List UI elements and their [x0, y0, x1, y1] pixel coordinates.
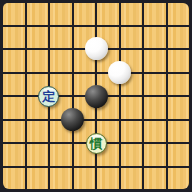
- board-cell: [74, 3, 96, 25]
- board-cell: [168, 168, 190, 190]
- board-cell: [3, 74, 25, 96]
- board-cell: [97, 3, 119, 25]
- choice-marker-ding[interactable]: 定: [38, 86, 59, 107]
- board-cell: [97, 168, 119, 190]
- board-cell: [74, 168, 96, 190]
- board-cell: [144, 74, 166, 96]
- board-cell: [50, 144, 72, 166]
- board-cell: [168, 121, 190, 143]
- go-board[interactable]: 定慣: [0, 0, 192, 192]
- board-cell: [144, 50, 166, 72]
- board-cell: [50, 50, 72, 72]
- board-cell: [27, 168, 49, 190]
- board-cell: [121, 3, 143, 25]
- board-cell: [3, 50, 25, 72]
- black-stone: [85, 85, 108, 108]
- board-cell: [3, 3, 25, 25]
- board-cell: [168, 144, 190, 166]
- board-cell: [168, 50, 190, 72]
- board-cell: [121, 168, 143, 190]
- choice-marker-guan[interactable]: 慣: [86, 133, 107, 154]
- marker-label-text: 慣: [90, 137, 103, 150]
- board-cell: [3, 97, 25, 119]
- board-cell: [121, 97, 143, 119]
- board-cell: [3, 121, 25, 143]
- board-cell: [27, 50, 49, 72]
- board-cell: [121, 27, 143, 49]
- board-cell: [144, 27, 166, 49]
- board-cell: [144, 3, 166, 25]
- board-cell: [50, 3, 72, 25]
- white-stone: [85, 37, 108, 60]
- board-cell: [3, 168, 25, 190]
- board-cell: [27, 3, 49, 25]
- board-cell: [144, 168, 166, 190]
- board-cell: [3, 27, 25, 49]
- board-cell: [168, 3, 190, 25]
- board-cell: [144, 97, 166, 119]
- white-stone: [108, 61, 131, 84]
- black-stone: [61, 108, 84, 131]
- board-cell: [121, 121, 143, 143]
- board-cell: [144, 144, 166, 166]
- marker-label-text: 定: [42, 90, 55, 103]
- board-cell: [168, 97, 190, 119]
- board-cell: [144, 121, 166, 143]
- board-cell: [50, 168, 72, 190]
- board-cell: [168, 74, 190, 96]
- board-cell: [27, 27, 49, 49]
- board-cell: [121, 144, 143, 166]
- board-cell: [27, 121, 49, 143]
- board-cell: [168, 27, 190, 49]
- board-cell: [3, 144, 25, 166]
- board-cell: [27, 144, 49, 166]
- board-cell: [50, 27, 72, 49]
